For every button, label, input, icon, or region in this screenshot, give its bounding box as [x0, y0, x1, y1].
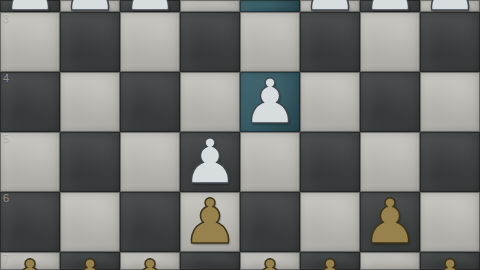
square-d2[interactable]: [240, 0, 300, 12]
white-pawn: ♟: [240, 72, 300, 132]
square-h6[interactable]: 6: [0, 192, 60, 252]
square-f5[interactable]: [120, 132, 180, 192]
black-pawn: ♟: [180, 192, 240, 252]
black-pawn: ♟: [60, 253, 120, 270]
square-c2[interactable]: ♟: [300, 0, 360, 12]
square-e6[interactable]: ♟: [180, 192, 240, 252]
square-a6[interactable]: [420, 192, 480, 252]
white-pawn: ♟: [360, 0, 420, 12]
square-d5[interactable]: [240, 132, 300, 192]
square-b6[interactable]: ♟: [360, 192, 420, 252]
square-b2[interactable]: ♟: [360, 0, 420, 12]
square-e3[interactable]: [180, 12, 240, 72]
white-pawn: ♟: [120, 0, 180, 12]
rank-label-6: 6: [3, 192, 9, 205]
square-c6[interactable]: [300, 192, 360, 252]
square-a5[interactable]: [420, 132, 480, 192]
square-c7[interactable]: ♟: [300, 252, 360, 270]
square-a7[interactable]: ♟: [420, 252, 480, 270]
square-b3[interactable]: [360, 12, 420, 72]
square-f2[interactable]: ♟: [120, 0, 180, 12]
square-b4[interactable]: [360, 72, 420, 132]
square-c4[interactable]: [300, 72, 360, 132]
square-e2[interactable]: [180, 0, 240, 12]
square-g7[interactable]: ♟: [60, 252, 120, 270]
square-h7[interactable]: 7♟: [0, 252, 60, 270]
white-pawn: ♟: [420, 0, 480, 12]
square-e5[interactable]: ♟: [180, 132, 240, 192]
white-pawn: ♟: [60, 0, 120, 12]
square-a4[interactable]: [420, 72, 480, 132]
square-f3[interactable]: [120, 12, 180, 72]
chessboard-screenshot: ♟♟♟♟♟♟34♟5♟6♟♟7♟♟♟♟♟♟: [0, 0, 480, 270]
square-f4[interactable]: [120, 72, 180, 132]
square-c3[interactable]: [300, 12, 360, 72]
square-d6[interactable]: [240, 192, 300, 252]
square-h3[interactable]: 3: [0, 12, 60, 72]
square-g2[interactable]: ♟: [60, 0, 120, 12]
square-b7[interactable]: [360, 252, 420, 270]
square-a3[interactable]: [420, 12, 480, 72]
square-d7[interactable]: ♟: [240, 252, 300, 270]
square-f6[interactable]: [120, 192, 180, 252]
square-d3[interactable]: [240, 12, 300, 72]
square-g5[interactable]: [60, 132, 120, 192]
black-pawn: ♟: [360, 192, 420, 252]
square-a2[interactable]: ♟: [420, 0, 480, 12]
black-pawn: ♟: [120, 253, 180, 270]
black-pawn: ♟: [420, 253, 480, 270]
square-g4[interactable]: [60, 72, 120, 132]
square-g3[interactable]: [60, 12, 120, 72]
white-pawn: ♟: [180, 132, 240, 192]
rank-label-5: 5: [3, 132, 9, 145]
black-pawn: ♟: [0, 253, 60, 270]
black-pawn: ♟: [240, 253, 300, 270]
square-h5[interactable]: 5: [0, 132, 60, 192]
square-g6[interactable]: [60, 192, 120, 252]
square-h2[interactable]: ♟: [0, 0, 60, 12]
black-pawn: ♟: [300, 253, 360, 270]
square-c5[interactable]: [300, 132, 360, 192]
square-e4[interactable]: [180, 72, 240, 132]
square-h4[interactable]: 4: [0, 72, 60, 132]
chess-board: ♟♟♟♟♟♟34♟5♟6♟♟7♟♟♟♟♟♟: [0, 0, 480, 270]
square-f7[interactable]: ♟: [120, 252, 180, 270]
white-pawn: ♟: [300, 0, 360, 12]
square-d4[interactable]: ♟: [240, 72, 300, 132]
rank-label-3: 3: [3, 12, 9, 25]
white-pawn: ♟: [0, 0, 60, 12]
square-b5[interactable]: [360, 132, 420, 192]
square-e7[interactable]: [180, 252, 240, 270]
rank-label-4: 4: [3, 72, 9, 85]
